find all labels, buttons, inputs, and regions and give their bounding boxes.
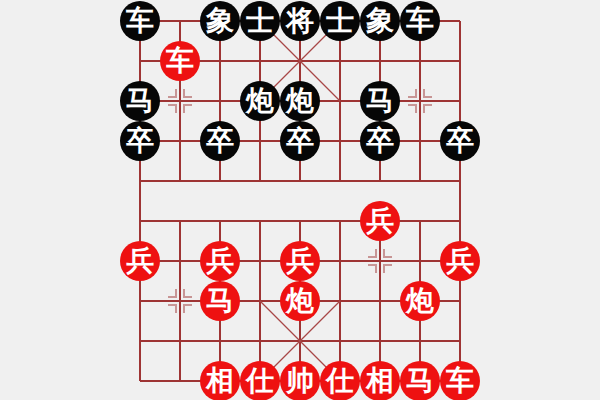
pieces-layer: 车象士将士象车车马炮炮马卒卒卒卒卒兵兵兵兵兵马炮炮相仕帅仕相马车: [120, 1, 480, 400]
piece-black-advisor[interactable]: 士: [240, 1, 280, 41]
piece-red-chariot[interactable]: 车: [160, 41, 200, 81]
piece-black-cannon[interactable]: 炮: [280, 81, 320, 121]
piece-red-cannon[interactable]: 炮: [400, 281, 440, 321]
piece-black-horse[interactable]: 马: [120, 81, 160, 121]
xiangqi-screen: 车象士将士象车车马炮炮马卒卒卒卒卒兵兵兵兵兵马炮炮相仕帅仕相马车: [0, 0, 600, 400]
piece-black-chariot[interactable]: 车: [120, 1, 160, 41]
piece-red-advisor[interactable]: 仕: [240, 361, 280, 400]
piece-black-general[interactable]: 将: [280, 1, 320, 41]
piece-black-soldier[interactable]: 卒: [120, 121, 160, 161]
piece-black-cannon[interactable]: 炮: [240, 81, 280, 121]
piece-black-advisor[interactable]: 士: [320, 1, 360, 41]
piece-red-horse[interactable]: 马: [400, 361, 440, 400]
piece-black-chariot[interactable]: 车: [400, 1, 440, 41]
xiangqi-board[interactable]: 车象士将士象车车马炮炮马卒卒卒卒卒兵兵兵兵兵马炮炮相仕帅仕相马车: [120, 1, 480, 400]
piece-black-elephant[interactable]: 象: [360, 1, 400, 41]
piece-red-soldier[interactable]: 兵: [120, 241, 160, 281]
piece-black-horse[interactable]: 马: [360, 81, 400, 121]
piece-black-elephant[interactable]: 象: [200, 1, 240, 41]
piece-red-cannon[interactable]: 炮: [280, 281, 320, 321]
piece-red-soldier[interactable]: 兵: [280, 241, 320, 281]
piece-red-chariot[interactable]: 车: [440, 361, 480, 400]
piece-red-advisor[interactable]: 仕: [320, 361, 360, 400]
piece-black-soldier[interactable]: 卒: [360, 121, 400, 161]
piece-red-soldier[interactable]: 兵: [200, 241, 240, 281]
piece-red-general[interactable]: 帅: [280, 361, 320, 400]
piece-red-soldier[interactable]: 兵: [360, 201, 400, 241]
piece-black-soldier[interactable]: 卒: [200, 121, 240, 161]
piece-red-soldier[interactable]: 兵: [440, 241, 480, 281]
piece-black-soldier[interactable]: 卒: [280, 121, 320, 161]
piece-red-elephant[interactable]: 相: [200, 361, 240, 400]
piece-red-elephant[interactable]: 相: [360, 361, 400, 400]
piece-red-horse[interactable]: 马: [200, 281, 240, 321]
piece-black-soldier[interactable]: 卒: [440, 121, 480, 161]
